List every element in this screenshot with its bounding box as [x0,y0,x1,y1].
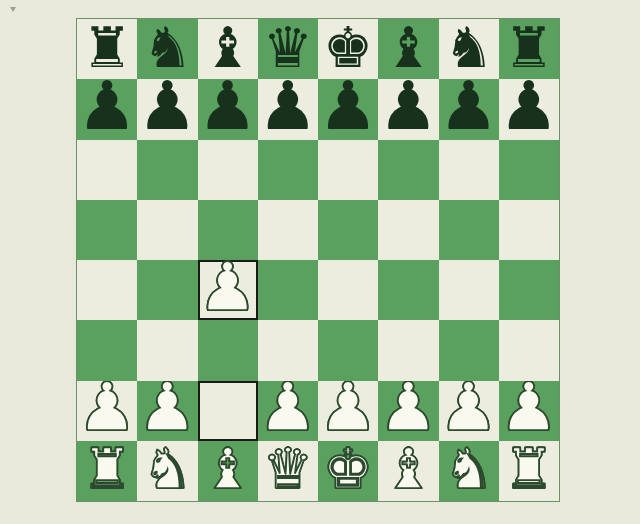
square-b7[interactable]: ♟ [137,79,197,139]
square-a7[interactable]: ♟ [77,79,137,139]
piece-black-rook-h8[interactable]: ♜ [504,20,554,76]
piece-black-pawn-e7[interactable]: ♟ [318,79,378,139]
square-g6[interactable] [439,140,499,200]
square-d6[interactable] [258,140,318,200]
square-f3[interactable] [378,320,438,380]
square-c2[interactable] [198,381,258,441]
piece-white-pawn-c4[interactable]: ♟ [198,260,258,320]
square-b4[interactable] [137,260,197,320]
square-b1[interactable]: ♞ [137,441,197,501]
square-d5[interactable] [258,200,318,260]
piece-black-king-e8[interactable]: ♚ [323,20,373,76]
square-d2[interactable]: ♟ [258,381,318,441]
square-h6[interactable] [499,140,559,200]
square-h8[interactable]: ♜ [499,19,559,79]
square-b8[interactable]: ♞ [137,19,197,79]
square-e7[interactable]: ♟ [318,79,378,139]
piece-black-pawn-g7[interactable]: ♟ [439,79,499,139]
square-f7[interactable]: ♟ [378,79,438,139]
piece-black-knight-g8[interactable]: ♞ [444,20,494,76]
piece-black-bishop-f8[interactable]: ♝ [383,20,433,76]
square-c3[interactable] [198,320,258,380]
piece-black-pawn-b7[interactable]: ♟ [137,79,197,139]
square-c8[interactable]: ♝ [198,19,258,79]
piece-black-queen-d8[interactable]: ♛ [263,20,313,76]
square-a8[interactable]: ♜ [77,19,137,79]
square-h2[interactable]: ♟ [499,381,559,441]
piece-white-pawn-f2[interactable]: ♟ [378,381,438,441]
piece-white-bishop-f1[interactable]: ♝ [383,441,433,497]
square-b5[interactable] [137,200,197,260]
square-c1[interactable]: ♝ [198,441,258,501]
piece-white-pawn-d2[interactable]: ♟ [258,381,318,441]
square-f4[interactable] [378,260,438,320]
chess-board: ♜♞♝♛♚♝♞♜♟♟♟♟♟♟♟♟♟♟♟♟♟♟♟♟♜♞♝♛♚♝♞♜ [76,18,560,502]
square-g5[interactable] [439,200,499,260]
square-d7[interactable]: ♟ [258,79,318,139]
piece-black-pawn-c7[interactable]: ♟ [198,79,258,139]
piece-white-king-e1[interactable]: ♚ [323,441,373,497]
piece-black-rook-a8[interactable]: ♜ [82,20,132,76]
square-h4[interactable] [499,260,559,320]
square-e6[interactable] [318,140,378,200]
piece-white-rook-h1[interactable]: ♜ [504,441,554,497]
piece-white-pawn-h2[interactable]: ♟ [499,381,559,441]
piece-white-rook-a1[interactable]: ♜ [82,441,132,497]
square-a2[interactable]: ♟ [77,381,137,441]
piece-white-pawn-a2[interactable]: ♟ [77,381,137,441]
square-f5[interactable] [378,200,438,260]
square-a3[interactable] [77,320,137,380]
square-g1[interactable]: ♞ [439,441,499,501]
square-d4[interactable] [258,260,318,320]
square-g7[interactable]: ♟ [439,79,499,139]
square-d8[interactable]: ♛ [258,19,318,79]
piece-black-pawn-a7[interactable]: ♟ [77,79,137,139]
piece-black-knight-b8[interactable]: ♞ [142,20,192,76]
square-g2[interactable]: ♟ [439,381,499,441]
square-h7[interactable]: ♟ [499,79,559,139]
square-a6[interactable] [77,140,137,200]
square-e3[interactable] [318,320,378,380]
square-a1[interactable]: ♜ [77,441,137,501]
square-g8[interactable]: ♞ [439,19,499,79]
square-c7[interactable]: ♟ [198,79,258,139]
square-b2[interactable]: ♟ [137,381,197,441]
square-g3[interactable] [439,320,499,380]
piece-white-bishop-c1[interactable]: ♝ [203,441,253,497]
square-c6[interactable] [198,140,258,200]
square-f6[interactable] [378,140,438,200]
piece-black-pawn-f7[interactable]: ♟ [378,79,438,139]
piece-white-pawn-g2[interactable]: ♟ [439,381,499,441]
square-e2[interactable]: ♟ [318,381,378,441]
piece-white-queen-d1[interactable]: ♛ [263,441,313,497]
square-h1[interactable]: ♜ [499,441,559,501]
square-f2[interactable]: ♟ [378,381,438,441]
piece-black-pawn-h7[interactable]: ♟ [499,79,559,139]
square-e4[interactable] [318,260,378,320]
square-b6[interactable] [137,140,197,200]
square-a4[interactable] [77,260,137,320]
square-f1[interactable]: ♝ [378,441,438,501]
piece-black-bishop-c8[interactable]: ♝ [203,20,253,76]
piece-white-pawn-b2[interactable]: ♟ [137,381,197,441]
square-g4[interactable] [439,260,499,320]
square-d3[interactable] [258,320,318,380]
piece-white-knight-g1[interactable]: ♞ [444,441,494,497]
square-c5[interactable] [198,200,258,260]
square-e5[interactable] [318,200,378,260]
piece-black-pawn-d7[interactable]: ♟ [258,79,318,139]
square-e8[interactable]: ♚ [318,19,378,79]
square-h3[interactable] [499,320,559,380]
square-b3[interactable] [137,320,197,380]
piece-white-pawn-e2[interactable]: ♟ [318,381,378,441]
square-c4[interactable]: ♟ [198,260,258,320]
square-e1[interactable]: ♚ [318,441,378,501]
square-h5[interactable] [499,200,559,260]
piece-white-knight-b1[interactable]: ♞ [142,441,192,497]
square-d1[interactable]: ♛ [258,441,318,501]
square-a5[interactable] [77,200,137,260]
square-f8[interactable]: ♝ [378,19,438,79]
cursor-artifact [10,7,16,12]
